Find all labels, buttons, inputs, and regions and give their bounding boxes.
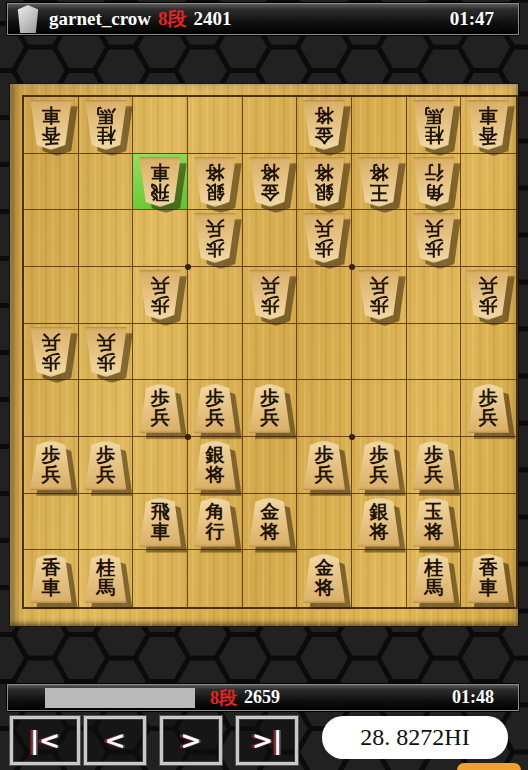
orange-tab <box>457 763 521 770</box>
board-square[interactable] <box>461 437 516 494</box>
board-square[interactable] <box>243 210 298 267</box>
board-square[interactable] <box>133 210 188 267</box>
shogi-piece-sente[interactable]: 金将 <box>247 497 293 547</box>
shogi-piece-gote[interactable]: 歩兵 <box>83 327 129 377</box>
shogi-piece-sente[interactable]: 香車 <box>28 553 74 603</box>
shogi-piece-sente[interactable]: 桂馬 <box>83 553 129 603</box>
shogi-piece-sente[interactable]: 飛車 <box>137 497 183 547</box>
hoshi-dot <box>349 264 355 270</box>
last-move-button[interactable]: >| <box>236 716 298 765</box>
player-piece-icon <box>13 686 39 710</box>
shogi-piece-gote[interactable]: 歩兵 <box>137 270 183 320</box>
shogi-piece-gote[interactable]: 歩兵 <box>247 270 293 320</box>
board-square[interactable] <box>24 267 79 324</box>
board-square[interactable] <box>79 267 134 324</box>
shogi-piece-sente[interactable]: 歩兵 <box>83 440 129 490</box>
board-square[interactable] <box>297 494 352 551</box>
board-square[interactable] <box>188 550 243 607</box>
board-square[interactable] <box>352 210 407 267</box>
board-square[interactable] <box>24 210 79 267</box>
shogi-piece-sente[interactable]: 歩兵 <box>356 440 402 490</box>
board-square[interactable] <box>461 494 516 551</box>
shogi-piece-gote[interactable]: 歩兵 <box>411 213 457 263</box>
top-player-bar: garnet_crow 8段 2401 01:47 <box>7 3 519 35</box>
shogi-piece-sente[interactable]: 銀将 <box>356 497 402 547</box>
board-square[interactable] <box>297 324 352 381</box>
shogi-piece-gote[interactable]: 金将 <box>301 100 347 150</box>
shogi-piece-gote[interactable]: 香車 <box>28 100 74 150</box>
shogi-piece-sente[interactable]: 歩兵 <box>411 440 457 490</box>
shogi-piece-sente[interactable]: 玉将 <box>411 497 457 547</box>
player1-rank: 8段 <box>158 6 187 32</box>
board-square[interactable] <box>24 380 79 437</box>
shogi-piece-gote[interactable]: 角行 <box>411 157 457 207</box>
move-number-display: 28. 8272HI <box>322 716 508 759</box>
player2-rank: 8段 <box>210 686 237 710</box>
board-square[interactable] <box>352 550 407 607</box>
shogi-piece-sente[interactable]: 香車 <box>465 553 511 603</box>
board-square[interactable] <box>352 380 407 437</box>
prev-move-button[interactable]: < <box>84 716 146 765</box>
board-square[interactable] <box>407 380 462 437</box>
first-move-button[interactable]: |< <box>10 716 80 765</box>
board-square[interactable] <box>461 210 516 267</box>
move-label: 28. 8272HI <box>360 724 469 751</box>
board-square[interactable] <box>461 154 516 211</box>
shogi-piece-gote[interactable]: 歩兵 <box>28 327 74 377</box>
board-square[interactable] <box>352 324 407 381</box>
shogi-piece-gote[interactable]: 桂馬 <box>83 100 129 150</box>
shogi-piece-sente[interactable]: 歩兵 <box>192 383 238 433</box>
shogi-piece-gote[interactable]: 歩兵 <box>356 270 402 320</box>
hoshi-dot <box>349 434 355 440</box>
player1-rating: 2401 <box>194 8 232 30</box>
board-square[interactable] <box>24 154 79 211</box>
shogi-piece-gote[interactable]: 王将 <box>356 157 402 207</box>
player-piece-icon <box>13 5 43 33</box>
board-square[interactable] <box>297 267 352 324</box>
shogi-piece-gote[interactable]: 銀将 <box>192 157 238 207</box>
board-square[interactable] <box>24 494 79 551</box>
shogi-piece-sente[interactable]: 角行 <box>192 497 238 547</box>
shogi-piece-gote[interactable]: 桂馬 <box>411 100 457 150</box>
shogi-board[interactable]: 香車桂馬金将桂馬香車飛車銀将金将銀将王将角行歩兵歩兵歩兵歩兵歩兵歩兵歩兵歩兵歩兵… <box>10 84 518 626</box>
shogi-piece-gote[interactable]: 歩兵 <box>301 213 347 263</box>
shogi-piece-sente[interactable]: 歩兵 <box>301 440 347 490</box>
shogi-piece-sente[interactable]: 金将 <box>301 553 347 603</box>
board-square[interactable] <box>133 437 188 494</box>
next-move-button[interactable]: > <box>160 716 222 765</box>
shogi-piece-sente[interactable]: 銀将 <box>192 440 238 490</box>
shogi-piece-gote[interactable]: 歩兵 <box>465 270 511 320</box>
shogi-piece-gote[interactable]: 銀将 <box>301 157 347 207</box>
player2-rating: 2659 <box>244 687 280 708</box>
shogi-piece-sente[interactable]: 桂馬 <box>411 553 457 603</box>
player2-clock: 01:48 <box>452 687 494 708</box>
board-square[interactable] <box>188 324 243 381</box>
board-square[interactable] <box>133 550 188 607</box>
board-square[interactable] <box>461 324 516 381</box>
board-square[interactable] <box>352 97 407 154</box>
player2-name-box <box>45 688 195 708</box>
hoshi-dot <box>185 264 191 270</box>
shogi-piece-sente[interactable]: 歩兵 <box>28 440 74 490</box>
board-square[interactable] <box>243 324 298 381</box>
shogi-app: garnet_crow 8段 2401 01:47 香車桂馬金将桂馬香車飛車銀将… <box>0 0 528 770</box>
board-square[interactable] <box>133 324 188 381</box>
board-square[interactable] <box>297 380 352 437</box>
board-square[interactable] <box>79 494 134 551</box>
board-square[interactable] <box>79 210 134 267</box>
player1-name: garnet_crow <box>49 8 151 30</box>
player1-clock: 01:47 <box>450 8 494 30</box>
shogi-piece-gote[interactable]: 香車 <box>465 100 511 150</box>
board-square[interactable] <box>243 97 298 154</box>
shogi-piece-gote[interactable]: 飛車 <box>137 157 183 207</box>
board-square[interactable] <box>188 97 243 154</box>
shogi-piece-gote[interactable]: 金将 <box>247 157 293 207</box>
board-square[interactable] <box>243 550 298 607</box>
shogi-piece-sente[interactable]: 歩兵 <box>137 383 183 433</box>
board-square[interactable] <box>407 267 462 324</box>
bottom-player-bar: 8段 2659 01:48 <box>7 684 519 711</box>
shogi-piece-sente[interactable]: 歩兵 <box>465 383 511 433</box>
board-square[interactable] <box>133 97 188 154</box>
board-square[interactable] <box>188 267 243 324</box>
board-square[interactable] <box>243 437 298 494</box>
board-grid: 香車桂馬金将桂馬香車飛車銀将金将銀将王将角行歩兵歩兵歩兵歩兵歩兵歩兵歩兵歩兵歩兵… <box>22 95 518 609</box>
shogi-piece-sente[interactable]: 歩兵 <box>247 383 293 433</box>
shogi-piece-gote[interactable]: 歩兵 <box>192 213 238 263</box>
board-square[interactable] <box>79 154 134 211</box>
board-square[interactable] <box>79 380 134 437</box>
board-square[interactable] <box>407 324 462 381</box>
